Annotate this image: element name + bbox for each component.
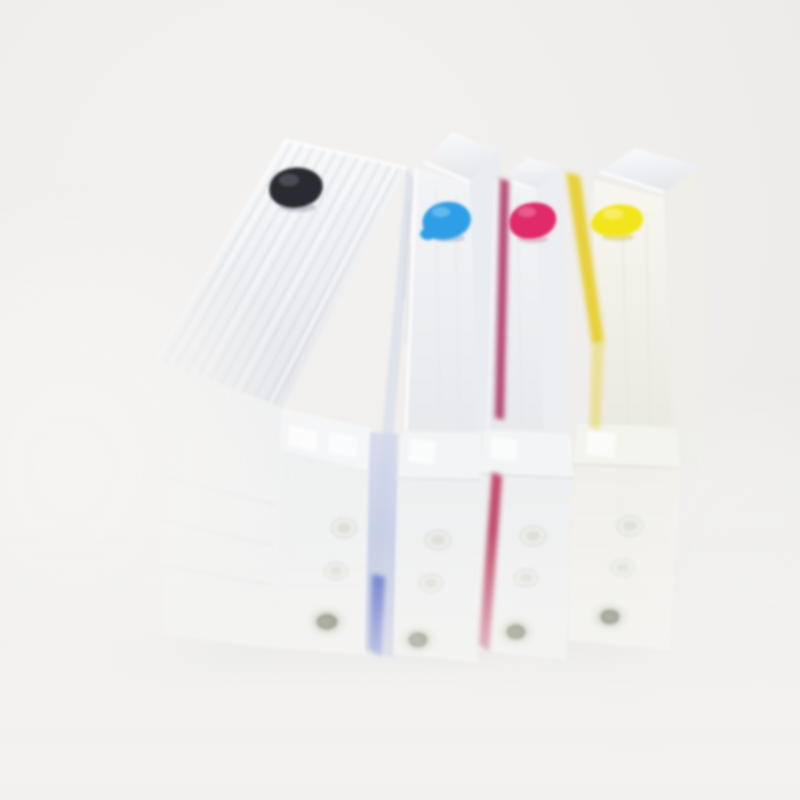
magenta-step-block: [490, 436, 518, 462]
black-plug-highlight: [279, 174, 299, 186]
magenta-plug-highlight: [518, 207, 536, 217]
cyan-plug-highlight: [432, 207, 450, 217]
photo-canvas: [0, 0, 800, 800]
cyan-step-block: [408, 438, 436, 465]
yellow-step-block: [586, 430, 616, 458]
bottom-fog: [0, 530, 800, 800]
yellow-plug-highlight: [603, 209, 623, 219]
product-photo: [0, 0, 800, 800]
